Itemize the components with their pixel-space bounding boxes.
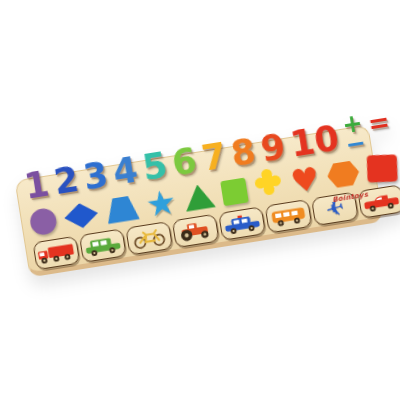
car-plaque — [357, 184, 400, 219]
number-piece-2: 2 — [51, 160, 81, 201]
equals-piece: = — [366, 108, 392, 137]
tractor-icon — [175, 219, 216, 244]
number-piece-6: 6 — [169, 141, 199, 182]
circle-shape-piece — [28, 207, 58, 237]
tractor-plaque — [172, 214, 220, 249]
flower-shape-piece — [252, 167, 285, 205]
heart-shape-piece: ♥ — [289, 165, 321, 195]
number-piece-1: 1 — [22, 165, 52, 206]
police-car-plaque — [218, 206, 266, 241]
police-car-icon — [222, 211, 263, 236]
green-square-shape-piece — [220, 177, 249, 206]
number-piece-10: 10 — [288, 119, 342, 164]
number-piece-8: 8 — [228, 132, 258, 173]
jeep-plaque — [79, 228, 127, 263]
flower-icon — [252, 167, 284, 197]
number-piece-4: 4 — [110, 150, 140, 191]
number-piece-9: 9 — [258, 127, 288, 168]
star-shape-piece: ★ — [144, 188, 178, 218]
number-piece-7: 7 — [199, 136, 229, 177]
truck-icon — [36, 241, 77, 266]
puzzle-board: 1 2 3 4 5 6 7 8 9 10 + − = ★ — [15, 125, 384, 278]
bicycle-plaque — [125, 221, 173, 256]
van-plaque — [265, 199, 313, 234]
minus-piece: − — [344, 132, 367, 155]
diamond-shape-piece — [62, 201, 99, 231]
van-icon — [268, 204, 309, 229]
triangle-shape-piece — [182, 182, 216, 211]
trapezoid-shape-piece — [104, 194, 140, 224]
bicycle-icon — [129, 226, 170, 251]
truck-plaque — [32, 236, 80, 271]
operators-column: + − — [341, 113, 367, 158]
red-square-shape-piece — [367, 154, 398, 182]
hexagon-shape-piece — [325, 159, 361, 189]
jeep-icon — [83, 233, 124, 258]
number-piece-3: 3 — [81, 155, 111, 196]
product-photo: 1 2 3 4 5 6 7 8 9 10 + − = ★ — [0, 0, 400, 400]
